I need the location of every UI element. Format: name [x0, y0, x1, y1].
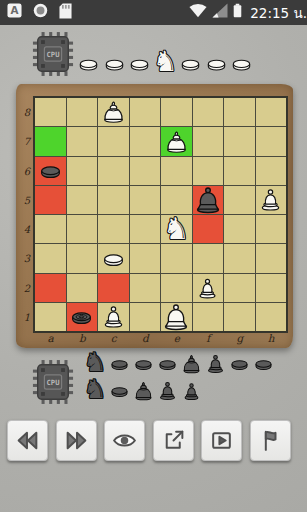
file-label-e: e — [161, 330, 193, 346]
captured-black-bia — [155, 353, 179, 375]
square-a5[interactable] — [35, 186, 66, 214]
square-h1[interactable] — [256, 303, 287, 331]
captured-black-tray-row2: ♞ — [83, 375, 203, 402]
square-h5[interactable] — [256, 186, 287, 214]
captured-black-ma: ♞ — [83, 349, 107, 375]
piece-white-bia — [178, 52, 203, 76]
square-g7[interactable] — [224, 127, 255, 155]
square-e1[interactable] — [161, 303, 192, 331]
square-e8[interactable] — [161, 98, 192, 126]
makruk-app-screen: { "game": "makruk (Thai chess)", "positi… — [0, 0, 307, 512]
square-b7[interactable] — [67, 127, 98, 155]
square-e2[interactable] — [161, 274, 192, 302]
piece-black-bia — [132, 353, 155, 375]
square-b8[interactable] — [67, 98, 98, 126]
captured-black-bia — [251, 353, 275, 375]
piece-white-bia — [204, 52, 229, 76]
square-d5[interactable] — [130, 186, 161, 214]
status-bar: A 22:15 น. — [0, 0, 307, 25]
piece-black-bia_promoted[interactable] — [68, 304, 95, 330]
captured-white-bia — [178, 52, 204, 76]
captured-black-bia — [131, 353, 155, 375]
square-d4[interactable] — [130, 215, 161, 243]
square-g8[interactable] — [224, 98, 255, 126]
file-label-d: d — [130, 330, 162, 346]
square-f3[interactable] — [193, 244, 224, 272]
square-c1[interactable] — [98, 303, 129, 331]
square-h6[interactable] — [256, 157, 287, 185]
square-e6[interactable] — [161, 157, 192, 185]
piece-black-bia — [108, 380, 131, 402]
board: ♞ — [33, 96, 288, 333]
captured-white-tray: ♞ — [76, 38, 255, 76]
square-c6[interactable] — [98, 157, 129, 185]
square-h8[interactable] — [256, 98, 287, 126]
square-c3[interactable] — [98, 244, 129, 272]
a-app-icon: A — [7, 3, 22, 22]
cpu-label: CPU — [47, 378, 60, 387]
captured-black-bia — [107, 353, 131, 375]
piece-white-met[interactable] — [194, 275, 221, 301]
captured-white-bia — [76, 52, 102, 76]
captured-black-rua — [179, 353, 203, 375]
flag-icon — [258, 428, 283, 453]
captured-black-met — [179, 380, 203, 402]
play-icon — [209, 428, 234, 453]
rank-label-4: 4 — [17, 215, 30, 244]
square-c7[interactable] — [98, 127, 129, 155]
square-a4[interactable] — [35, 215, 66, 243]
cpu-label: CPU — [47, 50, 60, 59]
rank-labels: 87654321 — [17, 98, 30, 332]
circle-app-icon — [33, 3, 48, 22]
square-c5[interactable] — [98, 186, 129, 214]
flag-button[interactable] — [250, 420, 291, 461]
square-e3[interactable] — [161, 244, 192, 272]
piece-black-khon — [156, 380, 179, 402]
piece-white-khon[interactable] — [257, 187, 284, 213]
piece-black-rua — [180, 353, 203, 375]
file-label-c: c — [98, 330, 130, 346]
square-f6[interactable] — [193, 157, 224, 185]
square-h3[interactable] — [256, 244, 287, 272]
square-a2[interactable] — [35, 274, 66, 302]
wifi-icon — [189, 3, 207, 22]
piece-black-ma: ♞ — [83, 349, 106, 375]
square-a6[interactable] — [35, 157, 66, 185]
piece-white-bia — [76, 52, 101, 76]
eye-button[interactable] — [104, 420, 145, 461]
piece-black-bia — [108, 353, 131, 375]
eye-icon — [112, 428, 137, 453]
rank-label-7: 7 — [17, 127, 30, 156]
file-labels: abcdefgh — [35, 330, 287, 346]
piece-black-bia — [252, 353, 275, 375]
square-e5[interactable] — [161, 186, 192, 214]
captured-black-bia — [107, 380, 131, 402]
file-label-f: f — [193, 330, 225, 346]
square-d3[interactable] — [130, 244, 161, 272]
rank-label-2: 2 — [17, 274, 30, 303]
file-label-a: a — [35, 330, 67, 346]
square-b5[interactable] — [67, 186, 98, 214]
square-b2[interactable] — [67, 274, 98, 302]
piece-black-khon — [204, 353, 227, 375]
square-g5[interactable] — [224, 186, 255, 214]
captured-black-ma: ♞ — [83, 376, 107, 402]
square-g1[interactable] — [224, 303, 255, 331]
toolbar — [7, 420, 300, 461]
square-d2[interactable] — [130, 274, 161, 302]
piece-black-bia — [228, 353, 251, 375]
rank-label-5: 5 — [17, 186, 30, 215]
piece-white-bia[interactable] — [100, 246, 127, 272]
cpu-chip-icon-top: CPU — [32, 31, 74, 77]
square-a1[interactable] — [35, 303, 66, 331]
clock-text: 22:15 น. — [250, 2, 307, 24]
battery-icon — [233, 3, 242, 22]
rewind-button[interactable] — [7, 420, 48, 461]
rewind-icon — [15, 428, 40, 453]
square-e7[interactable] — [161, 127, 192, 155]
square-a7[interactable] — [35, 127, 66, 155]
fast-forward-icon — [64, 428, 89, 453]
square-e4[interactable]: ♞ — [161, 215, 192, 243]
rank-label-8: 8 — [17, 98, 30, 127]
square-b4[interactable] — [67, 215, 98, 243]
captured-black-tray-row1: ♞ — [83, 348, 275, 375]
square-b3[interactable] — [67, 244, 98, 272]
file-label-b: b — [67, 330, 99, 346]
square-d1[interactable] — [130, 303, 161, 331]
rank-label-1: 1 — [17, 303, 30, 332]
captured-white-bia — [127, 52, 153, 76]
svg-text:A: A — [11, 4, 19, 16]
piece-white-bia — [102, 52, 127, 76]
captured-black-khon — [155, 380, 179, 402]
square-f5[interactable] — [193, 186, 224, 214]
square-g4[interactable] — [224, 215, 255, 243]
captured-black-khon — [203, 353, 227, 375]
piece-white-rua[interactable] — [163, 129, 190, 155]
piece-black-ma: ♞ — [83, 376, 106, 402]
rank-label-3: 3 — [17, 244, 30, 273]
square-h7[interactable] — [256, 127, 287, 155]
square-f4[interactable] — [193, 215, 224, 243]
square-b6[interactable] — [67, 157, 98, 185]
piece-white-rua[interactable] — [100, 99, 127, 125]
square-g6[interactable] — [224, 157, 255, 185]
captured-white-bia — [204, 52, 230, 76]
captured-white-ma: ♞ — [153, 48, 179, 76]
file-label-h: h — [256, 330, 288, 346]
piece-white-khon[interactable] — [100, 304, 127, 330]
share-button[interactable] — [153, 420, 194, 461]
piece-white-bia — [229, 52, 254, 76]
piece-white-khun[interactable] — [161, 303, 191, 332]
signal-icon — [212, 3, 228, 22]
piece-black-khun[interactable] — [193, 186, 223, 215]
square-c2[interactable] — [98, 274, 129, 302]
square-f8[interactable] — [193, 98, 224, 126]
square-c4[interactable] — [98, 215, 129, 243]
share-icon — [161, 428, 186, 453]
square-g2[interactable] — [224, 274, 255, 302]
square-d6[interactable] — [130, 157, 161, 185]
piece-black-bia[interactable] — [37, 158, 64, 184]
fast-forward-button[interactable] — [56, 420, 97, 461]
piece-white-bia — [127, 52, 152, 76]
square-h2[interactable] — [256, 274, 287, 302]
file-label-g: g — [224, 330, 256, 346]
square-a8[interactable] — [35, 98, 66, 126]
cpu-chip-icon-bottom: CPU — [32, 359, 74, 405]
square-f2[interactable] — [193, 274, 224, 302]
square-f1[interactable] — [193, 303, 224, 331]
captured-white-bia — [229, 52, 255, 76]
captured-white-bia — [102, 52, 128, 76]
square-f7[interactable] — [193, 127, 224, 155]
square-a3[interactable] — [35, 244, 66, 272]
square-d7[interactable] — [130, 127, 161, 155]
square-h4[interactable] — [256, 215, 287, 243]
sdcard-icon — [59, 3, 72, 23]
square-b1[interactable] — [67, 303, 98, 331]
square-g3[interactable] — [224, 244, 255, 272]
captured-black-bia — [227, 353, 251, 375]
captured-black-rua — [131, 380, 155, 402]
play-button[interactable] — [201, 420, 242, 461]
piece-white-ma: ♞ — [153, 48, 178, 76]
square-c8[interactable] — [98, 98, 129, 126]
piece-black-bia — [156, 353, 179, 375]
piece-white-ma[interactable]: ♞ — [163, 214, 190, 244]
square-d8[interactable] — [130, 98, 161, 126]
piece-black-met — [180, 380, 203, 402]
piece-black-rua — [132, 380, 155, 402]
rank-label-6: 6 — [17, 157, 30, 186]
